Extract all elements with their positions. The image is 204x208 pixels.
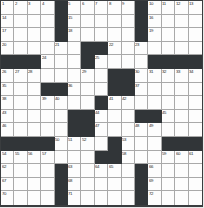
white-cell[interactable] — [108, 55, 121, 69]
clue-number: 32 — [162, 69, 166, 73]
black-cell — [95, 96, 108, 110]
clue-number: 16 — [149, 15, 153, 19]
white-cell[interactable] — [68, 55, 81, 69]
clue-number: 26 — [2, 69, 6, 73]
white-cell[interactable] — [68, 69, 81, 83]
white-cell[interactable] — [41, 110, 54, 124]
white-cell[interactable] — [122, 191, 135, 205]
white-cell[interactable]: 48 — [135, 123, 148, 137]
white-cell[interactable] — [95, 69, 108, 83]
white-cell[interactable]: 59 — [162, 151, 175, 165]
clue-number: 37 — [135, 83, 139, 87]
white-cell[interactable]: 30 — [135, 69, 148, 83]
white-cell[interactable] — [41, 178, 54, 192]
black-cell — [68, 123, 81, 137]
white-cell[interactable] — [108, 28, 121, 42]
black-cell — [122, 69, 135, 83]
black-cell — [41, 83, 54, 97]
white-cell[interactable]: 18 — [68, 28, 81, 42]
white-cell[interactable]: 52 — [81, 137, 94, 151]
white-cell[interactable]: 56 — [28, 151, 41, 165]
white-cell[interactable]: 49 — [148, 123, 161, 137]
white-cell[interactable]: 60 — [175, 151, 188, 165]
clue-number: 9 — [122, 1, 124, 5]
white-cell[interactable] — [189, 164, 202, 178]
white-cell[interactable]: 4 — [41, 1, 54, 15]
white-cell[interactable] — [81, 15, 94, 29]
black-cell — [108, 83, 121, 97]
white-cell[interactable] — [41, 164, 54, 178]
white-cell[interactable]: 51 — [68, 137, 81, 151]
white-cell[interactable]: 70 — [1, 191, 14, 205]
white-cell[interactable] — [68, 96, 81, 110]
clue-number: 18 — [68, 28, 72, 32]
clue-number: 48 — [135, 123, 139, 127]
white-cell[interactable] — [175, 28, 188, 42]
white-cell[interactable] — [81, 96, 94, 110]
clue-number: 17 — [2, 28, 6, 32]
white-cell[interactable] — [175, 96, 188, 110]
white-cell[interactable] — [28, 96, 41, 110]
clue-number: 8 — [109, 1, 111, 5]
black-cell — [55, 191, 68, 205]
black-cell — [162, 55, 175, 69]
white-cell[interactable] — [175, 178, 188, 192]
white-cell[interactable] — [148, 96, 161, 110]
white-cell[interactable] — [81, 83, 94, 97]
white-cell[interactable] — [28, 42, 41, 56]
clue-number: 66 — [149, 164, 153, 168]
clue-number: 65 — [109, 164, 113, 168]
black-cell — [175, 55, 188, 69]
white-cell[interactable] — [135, 151, 148, 165]
white-cell[interactable]: 13 — [189, 1, 202, 15]
white-cell[interactable] — [122, 110, 135, 124]
clue-number: 34 — [189, 69, 193, 73]
clue-number: 1 — [2, 1, 4, 5]
white-cell[interactable]: 14 — [1, 15, 14, 29]
white-cell[interactable] — [81, 151, 94, 165]
white-cell[interactable] — [108, 110, 121, 124]
white-cell[interactable]: 37 — [135, 83, 148, 97]
clue-number: 3 — [28, 1, 30, 5]
clue-number: 58 — [122, 151, 126, 155]
black-cell — [122, 83, 135, 97]
white-cell[interactable] — [95, 137, 108, 151]
white-cell[interactable] — [162, 15, 175, 29]
white-cell[interactable]: 19 — [148, 28, 161, 42]
white-cell[interactable] — [189, 83, 202, 97]
white-cell[interactable] — [189, 42, 202, 56]
white-cell[interactable]: 2 — [14, 1, 27, 15]
clue-number: 53 — [122, 137, 126, 141]
white-cell[interactable] — [108, 191, 121, 205]
black-cell — [108, 69, 121, 83]
white-cell[interactable] — [175, 110, 188, 124]
white-cell[interactable]: 53 — [122, 137, 135, 151]
white-cell[interactable]: 47 — [95, 123, 108, 137]
white-cell[interactable] — [189, 191, 202, 205]
clue-number: 70 — [2, 191, 6, 195]
clue-number: 2 — [15, 1, 17, 5]
clue-number: 38 — [2, 96, 6, 100]
white-cell[interactable] — [68, 151, 81, 165]
black-cell — [189, 137, 202, 151]
white-cell[interactable]: 20 — [1, 42, 14, 56]
white-cell[interactable]: 41 — [108, 96, 121, 110]
white-cell[interactable]: 42 — [122, 96, 135, 110]
clue-number: 25 — [95, 55, 99, 59]
white-cell[interactable]: 62 — [1, 164, 14, 178]
white-cell[interactable] — [108, 123, 121, 137]
black-cell — [14, 137, 27, 151]
clue-number: 23 — [135, 42, 139, 46]
white-cell[interactable] — [162, 83, 175, 97]
white-cell[interactable]: 45 — [162, 110, 175, 124]
white-cell[interactable]: 9 — [122, 1, 135, 15]
white-cell[interactable]: 65 — [108, 164, 121, 178]
white-cell[interactable] — [189, 96, 202, 110]
black-cell — [95, 42, 108, 56]
clue-number: 40 — [55, 96, 59, 100]
white-cell[interactable] — [122, 123, 135, 137]
white-cell[interactable] — [162, 178, 175, 192]
white-cell[interactable] — [135, 96, 148, 110]
white-cell[interactable] — [28, 15, 41, 29]
white-cell[interactable] — [55, 69, 68, 83]
white-cell[interactable]: 71 — [68, 191, 81, 205]
white-cell[interactable]: 21 — [55, 42, 68, 56]
clue-number: 52 — [82, 137, 86, 141]
white-cell[interactable]: 3 — [28, 1, 41, 15]
clue-number: 49 — [149, 123, 153, 127]
white-cell[interactable] — [189, 123, 202, 137]
white-cell[interactable]: 5 — [68, 1, 81, 15]
white-cell[interactable] — [41, 123, 54, 137]
clue-number: 59 — [162, 151, 166, 155]
black-cell — [55, 164, 68, 178]
white-cell[interactable]: 64 — [95, 164, 108, 178]
white-cell[interactable] — [175, 83, 188, 97]
white-cell[interactable] — [28, 110, 41, 124]
white-cell[interactable] — [14, 15, 27, 29]
clue-number: 35 — [2, 83, 6, 87]
white-cell[interactable]: 63 — [68, 164, 81, 178]
clue-number: 68 — [68, 178, 72, 182]
clue-number: 45 — [162, 110, 166, 114]
white-cell[interactable] — [162, 164, 175, 178]
clue-number: 72 — [149, 191, 153, 195]
black-cell — [55, 1, 68, 15]
black-cell — [135, 191, 148, 205]
white-cell[interactable] — [122, 164, 135, 178]
white-cell[interactable] — [41, 69, 54, 83]
white-cell[interactable] — [95, 83, 108, 97]
clue-number: 67 — [2, 178, 6, 182]
clue-number: 33 — [176, 69, 180, 73]
white-cell[interactable]: 7 — [95, 1, 108, 15]
white-cell[interactable]: 50 — [55, 137, 68, 151]
white-cell[interactable] — [41, 191, 54, 205]
white-cell[interactable]: 46 — [1, 123, 14, 137]
white-cell[interactable]: 24 — [41, 55, 54, 69]
white-cell[interactable] — [14, 42, 27, 56]
clue-number: 24 — [42, 55, 46, 59]
white-cell[interactable] — [55, 151, 68, 165]
clue-number: 19 — [149, 28, 153, 32]
white-cell[interactable] — [175, 15, 188, 29]
clue-number: 12 — [176, 1, 180, 5]
white-cell[interactable] — [28, 164, 41, 178]
white-cell[interactable]: 43 — [1, 110, 14, 124]
white-cell[interactable] — [162, 42, 175, 56]
clue-number: 41 — [109, 96, 113, 100]
clue-number: 62 — [2, 164, 6, 168]
clue-number: 29 — [82, 69, 86, 73]
white-cell[interactable] — [175, 42, 188, 56]
black-cell — [148, 110, 161, 124]
white-cell[interactable]: 11 — [162, 1, 175, 15]
white-cell[interactable] — [28, 178, 41, 192]
white-cell[interactable]: 16 — [148, 15, 161, 29]
white-cell[interactable] — [55, 55, 68, 69]
black-cell — [135, 178, 148, 192]
white-cell[interactable] — [148, 83, 161, 97]
white-cell[interactable]: 28 — [28, 69, 41, 83]
black-cell — [148, 55, 161, 69]
black-cell — [55, 178, 68, 192]
white-cell[interactable] — [14, 83, 27, 97]
white-cell[interactable] — [81, 178, 94, 192]
white-cell[interactable] — [189, 110, 202, 124]
white-cell[interactable] — [189, 15, 202, 29]
white-cell[interactable]: 6 — [81, 1, 94, 15]
white-cell[interactable] — [14, 96, 27, 110]
white-cell[interactable] — [95, 191, 108, 205]
clue-number: 15 — [68, 15, 72, 19]
white-cell[interactable]: 66 — [148, 164, 161, 178]
white-cell[interactable]: 54 — [1, 151, 14, 165]
white-cell[interactable] — [41, 42, 54, 56]
clue-number: 11 — [162, 1, 166, 5]
black-cell — [68, 110, 81, 124]
white-cell[interactable]: 1 — [1, 1, 14, 15]
white-cell[interactable] — [148, 137, 161, 151]
white-cell[interactable]: 40 — [55, 96, 68, 110]
white-cell[interactable] — [175, 123, 188, 137]
crossword-puzzle: 1234567891011121314151617181920212223242… — [0, 0, 204, 208]
black-cell — [81, 123, 94, 137]
black-cell — [135, 1, 148, 15]
white-cell[interactable] — [189, 28, 202, 42]
black-cell — [41, 137, 54, 151]
black-cell — [55, 83, 68, 97]
black-cell — [135, 164, 148, 178]
white-cell[interactable] — [55, 123, 68, 137]
white-cell[interactable]: 68 — [68, 178, 81, 192]
crossword-grid: 1234567891011121314151617181920212223242… — [0, 0, 203, 207]
white-cell[interactable]: 27 — [14, 69, 27, 83]
white-cell[interactable]: 33 — [175, 69, 188, 83]
white-cell[interactable] — [28, 83, 41, 97]
clue-number: 44 — [95, 110, 99, 114]
white-cell[interactable]: 23 — [135, 42, 148, 56]
black-cell — [28, 137, 41, 151]
white-cell[interactable] — [122, 15, 135, 29]
white-cell[interactable] — [162, 123, 175, 137]
white-cell[interactable] — [41, 28, 54, 42]
white-cell[interactable] — [81, 28, 94, 42]
black-cell — [108, 151, 121, 165]
clue-number: 22 — [109, 42, 113, 46]
white-cell[interactable]: 29 — [81, 69, 94, 83]
white-cell[interactable] — [14, 164, 27, 178]
clue-number: 43 — [2, 110, 6, 114]
white-cell[interactable] — [122, 42, 135, 56]
white-cell[interactable] — [14, 28, 27, 42]
clue-number: 47 — [95, 123, 99, 127]
clue-number: 4 — [42, 1, 44, 5]
clue-number: 55 — [15, 151, 19, 155]
clue-number: 61 — [189, 151, 193, 155]
white-cell[interactable] — [28, 191, 41, 205]
white-cell[interactable]: 31 — [148, 69, 161, 83]
clue-number: 54 — [2, 151, 6, 155]
white-cell[interactable]: 39 — [41, 96, 54, 110]
white-cell[interactable] — [14, 191, 27, 205]
white-cell[interactable]: 10 — [148, 1, 161, 15]
white-cell[interactable]: 72 — [148, 191, 161, 205]
black-cell — [55, 15, 68, 29]
black-cell — [189, 55, 202, 69]
black-cell — [135, 15, 148, 29]
clue-number: 6 — [82, 1, 84, 5]
clue-number: 69 — [149, 178, 153, 182]
white-cell[interactable]: 36 — [68, 83, 81, 97]
clue-number: 36 — [68, 83, 72, 87]
white-cell[interactable]: 22 — [108, 42, 121, 56]
clue-number: 21 — [55, 42, 59, 46]
clue-number: 57 — [42, 151, 46, 155]
black-cell — [81, 55, 94, 69]
clue-number: 31 — [149, 69, 153, 73]
black-cell — [28, 55, 41, 69]
white-cell[interactable] — [122, 55, 135, 69]
white-cell[interactable] — [95, 15, 108, 29]
black-cell — [1, 55, 14, 69]
white-cell[interactable] — [162, 96, 175, 110]
clue-number: 30 — [135, 69, 139, 73]
clue-number: 14 — [2, 15, 6, 19]
black-cell — [108, 137, 121, 151]
white-cell[interactable] — [81, 164, 94, 178]
black-cell — [55, 28, 68, 42]
white-cell[interactable]: 38 — [1, 96, 14, 110]
white-cell[interactable]: 58 — [122, 151, 135, 165]
clue-number: 50 — [55, 137, 59, 141]
clue-number: 13 — [189, 1, 193, 5]
black-cell — [1, 137, 14, 151]
white-cell[interactable]: 8 — [108, 1, 121, 15]
white-cell[interactable] — [135, 55, 148, 69]
white-cell[interactable] — [108, 178, 121, 192]
white-cell[interactable]: 34 — [189, 69, 202, 83]
clue-number: 5 — [68, 1, 70, 5]
clue-number: 10 — [149, 1, 153, 5]
white-cell[interactable]: 67 — [1, 178, 14, 192]
clue-number: 46 — [2, 123, 6, 127]
black-cell — [135, 28, 148, 42]
clue-number: 71 — [68, 191, 72, 195]
white-cell[interactable] — [148, 151, 161, 165]
white-cell[interactable]: 35 — [1, 83, 14, 97]
clue-number: 63 — [68, 164, 72, 168]
white-cell[interactable] — [135, 137, 148, 151]
white-cell[interactable]: 26 — [1, 69, 14, 83]
white-cell[interactable] — [95, 178, 108, 192]
white-cell[interactable] — [14, 123, 27, 137]
black-cell — [14, 55, 27, 69]
black-cell — [135, 110, 148, 124]
white-cell[interactable]: 69 — [148, 178, 161, 192]
clue-number: 28 — [28, 69, 32, 73]
white-cell[interactable] — [14, 178, 27, 192]
black-cell — [81, 42, 94, 56]
white-cell[interactable] — [14, 110, 27, 124]
white-cell[interactable]: 17 — [1, 28, 14, 42]
white-cell[interactable] — [28, 123, 41, 137]
white-cell[interactable] — [95, 28, 108, 42]
white-cell[interactable]: 61 — [189, 151, 202, 165]
white-cell[interactable] — [108, 15, 121, 29]
white-cell[interactable] — [122, 28, 135, 42]
white-cell[interactable]: 32 — [162, 69, 175, 83]
black-cell — [81, 110, 94, 124]
white-cell[interactable] — [55, 110, 68, 124]
black-cell — [175, 137, 188, 151]
white-cell[interactable]: 44 — [95, 110, 108, 124]
white-cell[interactable] — [162, 191, 175, 205]
white-cell[interactable] — [162, 28, 175, 42]
white-cell[interactable] — [81, 191, 94, 205]
clue-number: 42 — [122, 96, 126, 100]
clue-number: 20 — [2, 42, 6, 46]
clue-number: 56 — [28, 151, 32, 155]
black-cell — [162, 137, 175, 151]
white-cell[interactable]: 12 — [175, 1, 188, 15]
clue-number: 27 — [15, 69, 19, 73]
white-cell[interactable] — [68, 42, 81, 56]
white-cell[interactable] — [41, 15, 54, 29]
white-cell[interactable]: 55 — [14, 151, 27, 165]
white-cell[interactable]: 15 — [68, 15, 81, 29]
clue-number: 51 — [68, 137, 72, 141]
clue-number: 7 — [95, 1, 97, 5]
clue-number: 64 — [95, 164, 99, 168]
clue-number: 39 — [42, 96, 46, 100]
white-cell[interactable]: 57 — [41, 151, 54, 165]
white-cell[interactable] — [28, 28, 41, 42]
clue-number: 60 — [176, 151, 180, 155]
white-cell[interactable] — [189, 178, 202, 192]
black-cell — [95, 151, 108, 165]
white-cell[interactable]: 25 — [95, 55, 108, 69]
white-cell[interactable] — [175, 164, 188, 178]
white-cell[interactable] — [175, 191, 188, 205]
white-cell[interactable] — [148, 42, 161, 56]
white-cell[interactable] — [122, 178, 135, 192]
